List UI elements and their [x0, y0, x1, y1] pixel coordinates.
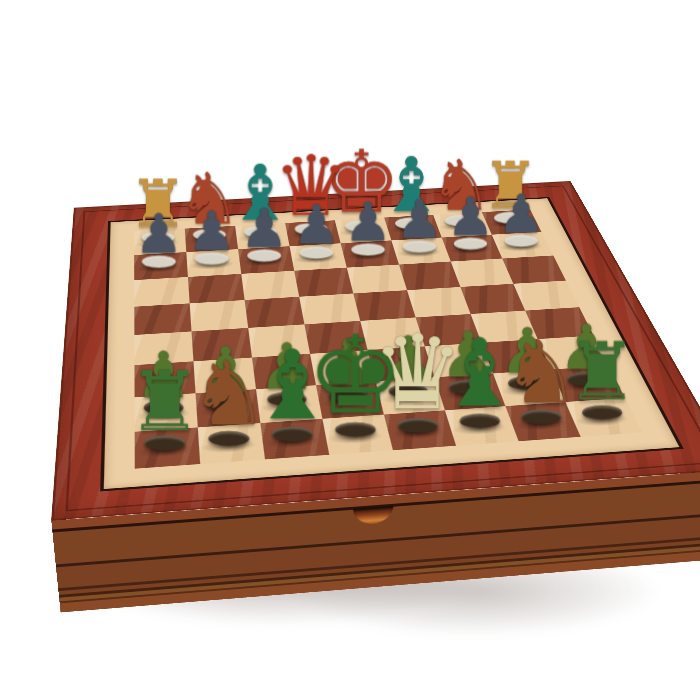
piece-pedestal-base	[144, 436, 185, 451]
square-b8[interactable]	[185, 226, 238, 252]
square-a8[interactable]	[134, 229, 186, 255]
board-box: ♜♞♝♛♚♝♞♜♟♟♟♟♟♟♟♟♟♟♟♟♟♟♟♟♜♞♝♚♛♝♞♜	[51, 181, 700, 521]
square-h7[interactable]	[492, 232, 554, 259]
square-d8[interactable]	[285, 220, 340, 246]
product-photo-stage: ♜♞♝♛♚♝♞♜♟♟♟♟♟♟♟♟♟♟♟♟♟♟♟♟♜♞♝♚♛♝♞♜	[0, 0, 700, 700]
square-a7[interactable]	[134, 252, 188, 280]
square-b6[interactable]	[188, 274, 245, 304]
square-e6[interactable]	[347, 265, 407, 294]
square-f6[interactable]	[399, 262, 460, 291]
square-e8[interactable]	[335, 218, 392, 244]
white-rook-glyph: ♜	[112, 360, 217, 442]
square-c7[interactable]	[238, 246, 294, 274]
rook-figurine: ♜	[112, 359, 217, 451]
square-a6[interactable]	[134, 277, 189, 307]
square-d6[interactable]	[294, 268, 353, 297]
drawer-notch[interactable]	[354, 506, 394, 525]
square-e7[interactable]	[341, 240, 399, 267]
square-f8[interactable]	[384, 215, 442, 241]
perspective-scene: ♜♞♝♛♚♝♞♜♟♟♟♟♟♟♟♟♟♟♟♟♟♟♟♟♜♞♝♚♛♝♞♜	[0, 0, 700, 700]
square-h6[interactable]	[502, 255, 566, 283]
square-h8[interactable]	[482, 209, 542, 234]
square-f7[interactable]	[391, 238, 450, 265]
square-c8[interactable]	[235, 223, 289, 249]
square-d7[interactable]	[290, 243, 347, 270]
square-c6[interactable]	[241, 271, 299, 300]
square-b7[interactable]	[186, 249, 241, 277]
square-h5[interactable]	[513, 281, 579, 311]
